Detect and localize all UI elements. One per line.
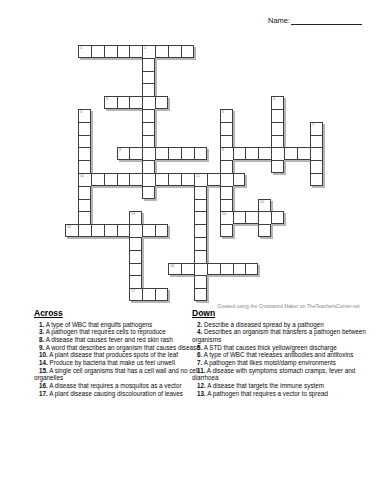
grid-cell[interactable] bbox=[91, 45, 104, 58]
grid-cell[interactable] bbox=[271, 160, 284, 173]
grid-cell[interactable] bbox=[117, 224, 130, 237]
grid-cell[interactable] bbox=[220, 263, 233, 276]
grid-cell[interactable] bbox=[78, 186, 91, 199]
clue-item: 9. A word that describes an organism tha… bbox=[34, 344, 202, 352]
grid-cell[interactable] bbox=[258, 224, 271, 237]
across-clues-section: Across 1. A type of WBC that engulfs pat… bbox=[34, 308, 202, 398]
grid-cell[interactable] bbox=[245, 211, 258, 224]
grid-cell[interactable]: 2 bbox=[142, 45, 155, 58]
grid-cell[interactable] bbox=[104, 173, 117, 186]
grid-cell[interactable] bbox=[129, 250, 142, 263]
grid-cell[interactable] bbox=[233, 211, 246, 224]
clue-number: 8. bbox=[39, 336, 44, 343]
grid-cell[interactable] bbox=[310, 147, 323, 160]
grid-cell[interactable] bbox=[129, 224, 142, 237]
clue-item: 12. A disease that targets the immune sy… bbox=[192, 382, 380, 390]
crossword-grid: 1234567891011121314151617 bbox=[65, 45, 323, 301]
grid-cell[interactable] bbox=[233, 263, 246, 276]
clue-item: 5. A STD that causes thick yellow/green … bbox=[192, 344, 380, 352]
cell-number: 13 bbox=[131, 212, 135, 216]
grid-cell[interactable] bbox=[91, 173, 104, 186]
grid-cell[interactable]: 9 bbox=[220, 147, 233, 160]
clue-number: 4. bbox=[197, 328, 202, 335]
clue-number: 15. bbox=[39, 367, 48, 374]
grid-cell[interactable] bbox=[194, 288, 207, 301]
grid-cell[interactable]: 13 bbox=[129, 211, 142, 224]
grid-cell[interactable] bbox=[78, 122, 91, 135]
grid-cell[interactable] bbox=[194, 250, 207, 263]
cell-number: 16 bbox=[170, 264, 174, 268]
grid-cell[interactable] bbox=[155, 96, 168, 109]
grid-cell[interactable]: 3 bbox=[104, 96, 117, 109]
grid-cell[interactable] bbox=[142, 122, 155, 135]
grid-cell[interactable] bbox=[194, 224, 207, 237]
grid-cell[interactable] bbox=[181, 147, 194, 160]
grid-cell[interactable]: 12 bbox=[258, 199, 271, 212]
grid-cell[interactable] bbox=[117, 173, 130, 186]
clue-item: 13. A pathogen that requires a vector to… bbox=[192, 390, 380, 398]
clue-item: 11. A disease with symptoms stomach cram… bbox=[192, 367, 380, 382]
grid-cell[interactable] bbox=[220, 224, 233, 237]
clue-number: 12. bbox=[197, 382, 206, 389]
cell-number: 10 bbox=[80, 174, 84, 178]
grid-cell[interactable] bbox=[220, 122, 233, 135]
clue-number: 3. bbox=[39, 328, 44, 335]
grid-cell[interactable] bbox=[181, 45, 194, 58]
clue-number: 9. bbox=[39, 344, 44, 351]
grid-cell[interactable] bbox=[155, 147, 168, 160]
grid-cell[interactable] bbox=[142, 147, 155, 160]
grid-cell[interactable]: 8 bbox=[117, 147, 130, 160]
grid-cell[interactable] bbox=[297, 147, 310, 160]
down-heading: Down bbox=[192, 308, 380, 318]
grid-cell[interactable]: 4 bbox=[271, 96, 284, 109]
cell-number: 5 bbox=[80, 110, 82, 114]
grid-cell[interactable] bbox=[117, 45, 130, 58]
grid-cell[interactable] bbox=[155, 45, 168, 58]
grid-cell[interactable] bbox=[104, 224, 117, 237]
cell-number: 3 bbox=[106, 97, 108, 101]
clue-number: 14. bbox=[39, 359, 48, 366]
across-heading: Across bbox=[34, 308, 202, 318]
grid-cell[interactable] bbox=[142, 83, 155, 96]
grid-cell[interactable] bbox=[142, 109, 155, 122]
clue-item: 14. Produce by bacteria that make us fee… bbox=[34, 359, 202, 367]
grid-cell[interactable] bbox=[78, 224, 91, 237]
clue-number: 5. bbox=[197, 344, 202, 351]
grid-cell[interactable]: 17 bbox=[129, 288, 142, 301]
grid-cell[interactable]: 1 bbox=[78, 45, 91, 58]
grid-cell[interactable] bbox=[271, 211, 284, 224]
grid-cell[interactable] bbox=[207, 173, 220, 186]
grid-cell[interactable] bbox=[258, 147, 271, 160]
grid-cell[interactable] bbox=[155, 224, 168, 237]
clue-item: 17. A plant disease causing discolourati… bbox=[34, 390, 202, 398]
grid-cell[interactable] bbox=[194, 199, 207, 212]
grid-cell[interactable] bbox=[129, 263, 142, 276]
cell-number: 12 bbox=[260, 200, 264, 204]
grid-cell[interactable] bbox=[271, 147, 284, 160]
clue-item: 4. Describes an organism that transfers … bbox=[192, 328, 380, 343]
grid-cell[interactable] bbox=[168, 147, 181, 160]
grid-cell[interactable] bbox=[220, 186, 233, 199]
name-label: Name: bbox=[268, 16, 290, 25]
clue-number: 10. bbox=[39, 351, 48, 358]
grid-cell[interactable] bbox=[142, 186, 155, 199]
clue-number: 16. bbox=[39, 382, 48, 389]
clue-item: 8. A disease that causes fever and red s… bbox=[34, 336, 202, 344]
grid-cell[interactable]: 7 bbox=[310, 122, 323, 135]
grid-cell[interactable] bbox=[142, 173, 155, 186]
grid-cell[interactable] bbox=[104, 45, 117, 58]
clue-number: 17. bbox=[39, 390, 48, 397]
grid-cell[interactable] bbox=[181, 173, 194, 186]
grid-cell[interactable] bbox=[142, 224, 155, 237]
cell-number: 11 bbox=[196, 174, 200, 178]
grid-cell[interactable] bbox=[271, 122, 284, 135]
grid-cell[interactable]: 10 bbox=[78, 173, 91, 186]
grid-cell[interactable] bbox=[129, 275, 142, 288]
clue-item: 1. A type of WBC that engulfs pathogens bbox=[34, 321, 202, 329]
grid-cell[interactable] bbox=[310, 160, 323, 173]
grid-cell[interactable] bbox=[233, 173, 246, 186]
grid-cell[interactable] bbox=[78, 160, 91, 173]
clue-item: 15. A single cell organisms that has a c… bbox=[34, 367, 202, 382]
grid-cell[interactable] bbox=[181, 263, 194, 276]
clue-number: 11. bbox=[197, 367, 205, 374]
down-clue-list: 2. Describe a diseased spread by a patho… bbox=[192, 321, 380, 398]
grid-cell[interactable] bbox=[220, 135, 233, 148]
grid-cell[interactable] bbox=[233, 147, 246, 160]
grid-cell[interactable] bbox=[78, 199, 91, 212]
name-blank-line bbox=[291, 16, 362, 25]
cell-number: 15 bbox=[67, 225, 71, 229]
clue-number: 13. bbox=[197, 390, 206, 397]
grid-cell[interactable] bbox=[310, 135, 323, 148]
grid-cell[interactable] bbox=[78, 147, 91, 160]
grid-cell[interactable] bbox=[129, 147, 142, 160]
clue-item: 2. Describe a diseased spread by a patho… bbox=[192, 321, 380, 329]
cell-number: 7 bbox=[312, 123, 314, 127]
cell-number: 2 bbox=[144, 46, 146, 50]
grid-cell[interactable] bbox=[310, 173, 323, 186]
grid-cell[interactable] bbox=[142, 288, 155, 301]
grid-cell[interactable] bbox=[78, 135, 91, 148]
grid-cell[interactable] bbox=[142, 160, 155, 173]
grid-cell[interactable]: 16 bbox=[168, 263, 181, 276]
grid-cell[interactable] bbox=[142, 135, 155, 148]
clue-item: 6. A type of WBC that releases antibodie… bbox=[192, 351, 380, 359]
cell-number: 1 bbox=[80, 46, 82, 50]
clue-number: 1. bbox=[39, 321, 44, 328]
cell-number: 6 bbox=[222, 110, 224, 114]
grid-cell[interactable] bbox=[129, 45, 142, 58]
name-field: Name: bbox=[268, 16, 362, 25]
grid-cell[interactable] bbox=[194, 275, 207, 288]
grid-cell[interactable] bbox=[142, 96, 155, 109]
grid-cell[interactable]: 14 bbox=[220, 211, 233, 224]
grid-cell[interactable] bbox=[155, 173, 168, 186]
grid-cell[interactable] bbox=[220, 160, 233, 173]
clue-item: 10. A plant disease that produces spots … bbox=[34, 351, 202, 359]
grid-cell[interactable] bbox=[220, 173, 233, 186]
clue-item: 7. A pathogen that likes moist/damp envi… bbox=[192, 359, 380, 367]
grid-cell[interactable]: 5 bbox=[78, 109, 91, 122]
grid-cell[interactable]: 15 bbox=[65, 224, 78, 237]
cell-number: 14 bbox=[222, 212, 226, 216]
grid-cell[interactable] bbox=[129, 173, 142, 186]
grid-cell[interactable] bbox=[142, 58, 155, 71]
grid-cell[interactable] bbox=[168, 173, 181, 186]
grid-cell[interactable] bbox=[284, 147, 297, 160]
grid-cell[interactable] bbox=[194, 237, 207, 250]
clue-item: 16. A disease that requires a mosquitos … bbox=[34, 382, 202, 390]
grid-cell[interactable] bbox=[117, 96, 130, 109]
cell-number: 8 bbox=[119, 148, 121, 152]
grid-cell[interactable]: 11 bbox=[194, 173, 207, 186]
clue-number: 6. bbox=[197, 351, 202, 358]
down-clues-section: Down 2. Describe a diseased spread by a … bbox=[192, 308, 380, 398]
grid-cell[interactable] bbox=[129, 96, 142, 109]
grid-cell[interactable] bbox=[194, 186, 207, 199]
clue-number: 7. bbox=[197, 359, 202, 366]
grid-cell[interactable] bbox=[245, 263, 258, 276]
grid-cell[interactable] bbox=[78, 211, 91, 224]
cell-number: 4 bbox=[273, 97, 275, 101]
across-clue-list: 1. A type of WBC that engulfs pathogens3… bbox=[34, 321, 202, 398]
grid-cell[interactable] bbox=[194, 147, 207, 160]
grid-cell[interactable] bbox=[194, 263, 207, 276]
grid-cell[interactable] bbox=[207, 263, 220, 276]
grid-cell[interactable] bbox=[194, 211, 207, 224]
clue-number: 2. bbox=[197, 321, 202, 328]
cell-number: 9 bbox=[222, 148, 224, 152]
cell-number: 17 bbox=[131, 289, 135, 293]
grid-cell[interactable]: 6 bbox=[220, 109, 233, 122]
grid-cell[interactable] bbox=[220, 199, 233, 212]
grid-cell[interactable] bbox=[91, 224, 104, 237]
grid-cell[interactable] bbox=[271, 135, 284, 148]
grid-cell[interactable] bbox=[258, 211, 271, 224]
grid-cell[interactable] bbox=[129, 237, 142, 250]
grid-cell[interactable] bbox=[168, 45, 181, 58]
grid-cell[interactable] bbox=[155, 288, 168, 301]
grid-cell[interactable] bbox=[142, 71, 155, 84]
clue-item: 3. A pathogen that requires cells to rep… bbox=[34, 328, 202, 336]
grid-cell[interactable] bbox=[245, 147, 258, 160]
grid-cell[interactable] bbox=[271, 109, 284, 122]
